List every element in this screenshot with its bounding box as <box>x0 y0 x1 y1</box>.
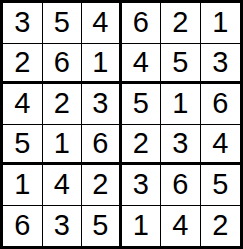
cell-r5c1[interactable]: 1 <box>3 165 43 206</box>
cell-r1c4[interactable]: 6 <box>122 3 162 44</box>
cell-r5c3[interactable]: 2 <box>82 165 122 206</box>
cell-r3c4[interactable]: 5 <box>122 84 162 125</box>
cell-r1c2[interactable]: 5 <box>43 3 83 44</box>
cell-r4c4[interactable]: 2 <box>122 125 162 166</box>
cell-r5c4[interactable]: 3 <box>122 165 162 206</box>
cell-r4c3[interactable]: 6 <box>82 125 122 166</box>
cell-r5c6[interactable]: 5 <box>201 165 241 206</box>
cell-r2c5[interactable]: 5 <box>161 44 201 85</box>
cell-r2c3[interactable]: 1 <box>82 44 122 85</box>
cell-r6c2[interactable]: 3 <box>43 206 83 247</box>
cell-r6c5[interactable]: 4 <box>161 206 201 247</box>
cell-r3c6[interactable]: 6 <box>201 84 241 125</box>
cell-r3c1[interactable]: 4 <box>3 84 43 125</box>
cell-r2c4[interactable]: 4 <box>122 44 162 85</box>
cell-r6c1[interactable]: 6 <box>3 206 43 247</box>
cell-r5c5[interactable]: 6 <box>161 165 201 206</box>
sudoku-board: 354621261453423516516234142365635142 <box>0 0 243 249</box>
cell-r2c2[interactable]: 6 <box>43 44 83 85</box>
cell-r1c5[interactable]: 2 <box>161 3 201 44</box>
cell-r6c3[interactable]: 5 <box>82 206 122 247</box>
cell-r6c6[interactable]: 2 <box>201 206 241 247</box>
cell-r1c1[interactable]: 3 <box>3 3 43 44</box>
cell-r4c6[interactable]: 4 <box>201 125 241 166</box>
cell-r1c3[interactable]: 4 <box>82 3 122 44</box>
cell-r3c3[interactable]: 3 <box>82 84 122 125</box>
cell-r2c1[interactable]: 2 <box>3 44 43 85</box>
cell-r5c2[interactable]: 4 <box>43 165 83 206</box>
cell-r3c5[interactable]: 1 <box>161 84 201 125</box>
cell-r4c1[interactable]: 5 <box>3 125 43 166</box>
cell-r4c2[interactable]: 1 <box>43 125 83 166</box>
cell-r1c6[interactable]: 1 <box>201 3 241 44</box>
cell-r2c6[interactable]: 3 <box>201 44 241 85</box>
cell-r6c4[interactable]: 1 <box>122 206 162 247</box>
cell-r4c5[interactable]: 3 <box>161 125 201 166</box>
cell-r3c2[interactable]: 2 <box>43 84 83 125</box>
